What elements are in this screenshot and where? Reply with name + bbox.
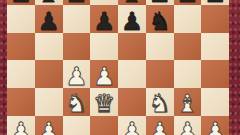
square-a2[interactable]: ♟ (7, 116, 35, 135)
square-h6[interactable] (201, 5, 229, 33)
board-frame-right (229, 0, 240, 135)
piece-white-pawn[interactable]: ♟ (176, 119, 198, 135)
square-g4[interactable] (174, 60, 202, 88)
square-f5[interactable] (146, 33, 174, 61)
piece-black-pawn[interactable]: ♟ (176, 0, 198, 6)
square-a5[interactable] (7, 33, 35, 61)
square-e5[interactable] (118, 33, 146, 61)
piece-black-pawn[interactable]: ♟ (121, 9, 143, 34)
piece-white-queen[interactable]: ♛ (93, 91, 115, 116)
square-a7[interactable]: ♟ (7, 0, 35, 5)
square-c2[interactable] (63, 116, 91, 135)
square-c6[interactable] (63, 5, 91, 33)
square-f3[interactable]: ♞ (146, 88, 174, 116)
square-f2[interactable]: ♟ (146, 116, 174, 135)
piece-white-knight[interactable]: ♞ (65, 91, 87, 116)
piece-white-pawn[interactable]: ♟ (204, 119, 226, 135)
piece-black-bishop[interactable]: ♝ (37, 0, 59, 6)
square-a6[interactable] (7, 5, 35, 33)
piece-white-bishop[interactable]: ♝ (176, 91, 198, 116)
piece-black-pawn[interactable]: ♟ (204, 0, 226, 6)
piece-black-knight[interactable]: ♞ (148, 9, 170, 34)
square-b2[interactable]: ♟ (35, 116, 63, 135)
square-d3[interactable]: ♛ (90, 88, 118, 116)
square-e4[interactable] (118, 60, 146, 88)
square-a4[interactable] (7, 60, 35, 88)
square-f7[interactable]: ♟ (146, 0, 174, 5)
square-h4[interactable] (201, 60, 229, 88)
piece-black-pawn[interactable]: ♟ (148, 0, 170, 6)
square-e7[interactable]: ♝ (118, 0, 146, 5)
square-c7[interactable]: ♟ (63, 0, 91, 5)
square-b5[interactable] (35, 33, 63, 61)
square-h5[interactable] (201, 33, 229, 61)
piece-black-pawn[interactable]: ♟ (93, 9, 115, 34)
piece-white-pawn[interactable]: ♟ (10, 119, 32, 135)
square-h7[interactable]: ♟ (201, 0, 229, 5)
square-c5[interactable] (63, 33, 91, 61)
square-h2[interactable]: ♟ (201, 116, 229, 135)
piece-white-pawn[interactable]: ♟ (93, 64, 115, 89)
piece-white-knight[interactable]: ♞ (148, 91, 170, 116)
square-d2[interactable] (90, 116, 118, 135)
piece-black-pawn[interactable]: ♟ (10, 0, 32, 6)
piece-white-pawn[interactable]: ♟ (65, 64, 87, 89)
square-g6[interactable] (174, 5, 202, 33)
square-g2[interactable]: ♟ (174, 116, 202, 135)
square-d5[interactable] (90, 33, 118, 61)
square-b7[interactable]: ♝ (35, 0, 63, 5)
piece-black-pawn[interactable]: ♟ (37, 9, 59, 34)
board-frame-left (0, 0, 7, 135)
square-d4[interactable]: ♟ (90, 60, 118, 88)
square-g5[interactable] (174, 33, 202, 61)
square-c3[interactable]: ♞ (63, 88, 91, 116)
square-b4[interactable] (35, 60, 63, 88)
square-c4[interactable]: ♟ (63, 60, 91, 88)
square-d6[interactable]: ♟ (90, 5, 118, 33)
piece-white-pawn[interactable]: ♟ (37, 119, 59, 135)
square-e6[interactable]: ♟ (118, 5, 146, 33)
square-g3[interactable]: ♝ (174, 88, 202, 116)
piece-black-bishop[interactable]: ♝ (121, 0, 143, 6)
square-e2[interactable]: ♟ (118, 116, 146, 135)
square-g7[interactable]: ♟ (174, 0, 202, 5)
square-b6[interactable]: ♟ (35, 5, 63, 33)
piece-black-pawn[interactable]: ♟ (65, 0, 87, 6)
square-e3[interactable] (118, 88, 146, 116)
square-f4[interactable] (146, 60, 174, 88)
square-a3[interactable] (7, 88, 35, 116)
screenshot-root: ♟♝♟♝♟♟♟♟♟♟♞♟♟♞♛♞♝♟♟♟♟♟♟ (0, 0, 240, 135)
piece-white-pawn[interactable]: ♟ (121, 119, 143, 135)
square-b3[interactable] (35, 88, 63, 116)
square-f6[interactable]: ♞ (146, 5, 174, 33)
chess-board: ♟♝♟♝♟♟♟♟♟♟♞♟♟♞♛♞♝♟♟♟♟♟♟ (7, 0, 229, 135)
piece-white-pawn[interactable]: ♟ (148, 119, 170, 135)
square-h3[interactable] (201, 88, 229, 116)
